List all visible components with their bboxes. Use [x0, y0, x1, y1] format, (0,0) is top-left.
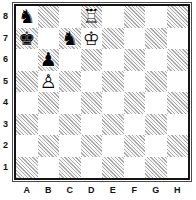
square-e7[interactable]	[102, 28, 124, 50]
black-knight-piece: ♞	[59, 28, 81, 50]
square-h1[interactable]	[167, 157, 189, 179]
square-b8[interactable]	[38, 6, 60, 28]
square-a5[interactable]	[16, 71, 38, 93]
square-d8[interactable]: ♜♖	[81, 6, 103, 28]
square-g4[interactable]	[145, 92, 167, 114]
square-e4[interactable]	[102, 92, 124, 114]
board-grid: ♞♜♖♚♞♚♔♟♟♙	[16, 6, 188, 178]
square-e1[interactable]	[102, 157, 124, 179]
square-e8[interactable]	[102, 6, 124, 28]
rank-label-6: 6	[0, 49, 11, 71]
square-d2[interactable]	[81, 135, 103, 157]
square-e2[interactable]	[102, 135, 124, 157]
rank-label-2: 2	[0, 135, 11, 157]
rank-label-8: 8	[0, 6, 11, 28]
square-g1[interactable]	[145, 157, 167, 179]
board-border-inner: ♞♜♖♚♞♚♔♟♟♙	[14, 4, 190, 180]
square-b1[interactable]	[38, 157, 60, 179]
square-d4[interactable]	[81, 92, 103, 114]
square-b6[interactable]: ♟	[38, 49, 60, 71]
square-f1[interactable]	[124, 157, 146, 179]
piece-outline-layer: ♙	[40, 72, 57, 91]
black-knight-piece: ♞	[16, 6, 38, 28]
square-d5[interactable]	[81, 71, 103, 93]
black-pawn-piece: ♟	[38, 49, 60, 71]
piece-outline-layer: ♔	[83, 29, 100, 48]
square-f2[interactable]	[124, 135, 146, 157]
square-b3[interactable]	[38, 114, 60, 136]
square-h2[interactable]	[167, 135, 189, 157]
square-g6[interactable]	[145, 49, 167, 71]
chess-diagram: 87654321 ♞♜♖♚♞♚♔♟♟♙ ABCDEFGH	[0, 0, 196, 200]
square-a3[interactable]	[16, 114, 38, 136]
square-g7[interactable]	[145, 28, 167, 50]
square-c5[interactable]	[59, 71, 81, 93]
square-b7[interactable]	[38, 28, 60, 50]
square-a4[interactable]	[16, 92, 38, 114]
square-e3[interactable]	[102, 114, 124, 136]
square-c4[interactable]	[59, 92, 81, 114]
square-c8[interactable]	[59, 6, 81, 28]
square-d3[interactable]	[81, 114, 103, 136]
white-pawn-piece: ♟♙	[38, 71, 60, 93]
white-rook-piece: ♜♖	[81, 6, 103, 28]
square-h8[interactable]	[167, 6, 189, 28]
square-f6[interactable]	[124, 49, 146, 71]
file-label-b: B	[38, 185, 60, 195]
square-e6[interactable]	[102, 49, 124, 71]
square-a7[interactable]: ♚	[16, 28, 38, 50]
square-f5[interactable]	[124, 71, 146, 93]
file-label-f: F	[124, 185, 146, 195]
square-g5[interactable]	[145, 71, 167, 93]
square-h7[interactable]	[167, 28, 189, 50]
rank-label-5: 5	[0, 71, 11, 93]
square-g2[interactable]	[145, 135, 167, 157]
file-label-a: A	[16, 185, 38, 195]
square-f7[interactable]	[124, 28, 146, 50]
rank-label-1: 1	[0, 157, 11, 179]
file-label-d: D	[81, 185, 103, 195]
square-c6[interactable]	[59, 49, 81, 71]
black-king-piece: ♚	[16, 28, 38, 50]
square-h4[interactable]	[167, 92, 189, 114]
file-label-g: G	[145, 185, 167, 195]
rank-labels: 87654321	[0, 6, 11, 178]
square-h3[interactable]	[167, 114, 189, 136]
board-border-outer: ♞♜♖♚♞♚♔♟♟♙	[12, 2, 192, 182]
square-c2[interactable]	[59, 135, 81, 157]
square-g8[interactable]	[145, 6, 167, 28]
square-f8[interactable]	[124, 6, 146, 28]
square-d1[interactable]	[81, 157, 103, 179]
square-e5[interactable]	[102, 71, 124, 93]
square-c3[interactable]	[59, 114, 81, 136]
file-label-h: H	[167, 185, 189, 195]
square-b2[interactable]	[38, 135, 60, 157]
square-b4[interactable]	[38, 92, 60, 114]
square-c7[interactable]: ♞	[59, 28, 81, 50]
square-a8[interactable]: ♞	[16, 6, 38, 28]
white-king-piece: ♚♔	[81, 28, 103, 50]
rank-label-3: 3	[0, 114, 11, 136]
square-g3[interactable]	[145, 114, 167, 136]
square-d6[interactable]	[81, 49, 103, 71]
rank-label-4: 4	[0, 92, 11, 114]
square-d7[interactable]: ♚♔	[81, 28, 103, 50]
file-label-e: E	[102, 185, 124, 195]
file-labels: ABCDEFGH	[16, 185, 188, 195]
file-label-c: C	[59, 185, 81, 195]
square-f4[interactable]	[124, 92, 146, 114]
square-a6[interactable]	[16, 49, 38, 71]
square-c1[interactable]	[59, 157, 81, 179]
rank-label-7: 7	[0, 28, 11, 50]
square-a1[interactable]	[16, 157, 38, 179]
square-h5[interactable]	[167, 71, 189, 93]
square-f3[interactable]	[124, 114, 146, 136]
square-h6[interactable]	[167, 49, 189, 71]
square-a2[interactable]	[16, 135, 38, 157]
piece-outline-layer: ♖	[83, 7, 100, 26]
square-b5[interactable]: ♟♙	[38, 71, 60, 93]
